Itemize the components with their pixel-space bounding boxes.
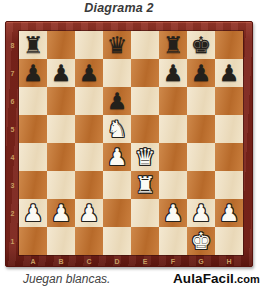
white-pawn-icon: ♟	[107, 143, 128, 171]
square-f8: ♜	[159, 31, 187, 59]
rank-label-5: 5	[6, 115, 19, 143]
square-a5	[19, 115, 47, 143]
square-f3	[159, 171, 187, 199]
white-king-icon: ♚	[191, 227, 212, 255]
square-h6	[215, 87, 243, 115]
square-b2: ♟	[47, 199, 75, 227]
file-labels: ABCDEFGH	[19, 255, 243, 267]
white-pawn-icon: ♟	[191, 199, 212, 227]
square-f7: ♟	[159, 59, 187, 87]
rank-label-2: 2	[6, 199, 19, 227]
board: ♜♛♜♚♟♟♟♟♟♟♟♞♟♛♜♟♟♟♟♟♟♚	[19, 31, 243, 255]
square-d5: ♞	[103, 115, 131, 143]
square-h5	[215, 115, 243, 143]
square-f6	[159, 87, 187, 115]
brand-suffix: .com	[234, 273, 260, 285]
square-g4	[187, 143, 215, 171]
square-h3	[215, 171, 243, 199]
square-f5	[159, 115, 187, 143]
square-c3	[75, 171, 103, 199]
square-f1	[159, 227, 187, 255]
square-h8	[215, 31, 243, 59]
square-e8	[131, 31, 159, 59]
square-e5	[131, 115, 159, 143]
square-d4: ♟	[103, 143, 131, 171]
board-frame: 87654321 ♜♛♜♚♟♟♟♟♟♟♟♞♟♛♜♟♟♟♟♟♟♚ ABCDEFGH	[5, 21, 253, 267]
square-g1: ♚	[187, 227, 215, 255]
square-b4	[47, 143, 75, 171]
square-b5	[47, 115, 75, 143]
black-queen-icon: ♛	[107, 31, 128, 59]
square-c6	[75, 87, 103, 115]
square-d1	[103, 227, 131, 255]
square-b8	[47, 31, 75, 59]
square-g7: ♟	[187, 59, 215, 87]
square-c1	[75, 227, 103, 255]
file-label-g: G	[187, 255, 215, 267]
black-pawn-icon: ♟	[219, 59, 240, 87]
rank-label-1: 1	[6, 227, 19, 255]
black-rook-icon: ♜	[163, 31, 184, 59]
square-a4	[19, 143, 47, 171]
file-label-f: F	[159, 255, 187, 267]
square-f2: ♟	[159, 199, 187, 227]
square-g8: ♚	[187, 31, 215, 59]
square-a2: ♟	[19, 199, 47, 227]
black-pawn-icon: ♟	[163, 59, 184, 87]
square-e2	[131, 199, 159, 227]
rank-label-6: 6	[6, 87, 19, 115]
square-a6	[19, 87, 47, 115]
square-a1	[19, 227, 47, 255]
file-label-b: B	[47, 255, 75, 267]
square-c2: ♟	[75, 199, 103, 227]
move-caption: Juegan blancas.	[23, 272, 110, 286]
rank-label-7: 7	[6, 59, 19, 87]
white-pawn-icon: ♟	[219, 199, 240, 227]
square-e3: ♜	[131, 171, 159, 199]
black-pawn-icon: ♟	[51, 59, 72, 87]
white-pawn-icon: ♟	[79, 199, 100, 227]
square-d6: ♟	[103, 87, 131, 115]
square-b6	[47, 87, 75, 115]
square-g2: ♟	[187, 199, 215, 227]
square-d8: ♛	[103, 31, 131, 59]
black-pawn-icon: ♟	[79, 59, 100, 87]
black-pawn-icon: ♟	[191, 59, 212, 87]
white-pawn-icon: ♟	[23, 199, 44, 227]
brand-logo: AulaFacil.com	[173, 271, 260, 286]
square-c7: ♟	[75, 59, 103, 87]
white-knight-icon: ♞	[107, 115, 128, 143]
square-g5	[187, 115, 215, 143]
rank-labels: 87654321	[6, 31, 19, 255]
square-h4	[215, 143, 243, 171]
square-c5	[75, 115, 103, 143]
square-b7: ♟	[47, 59, 75, 87]
file-label-h: H	[215, 255, 243, 267]
square-e6	[131, 87, 159, 115]
file-label-d: D	[103, 255, 131, 267]
white-pawn-icon: ♟	[163, 199, 184, 227]
square-c4	[75, 143, 103, 171]
file-label-a: A	[19, 255, 47, 267]
square-d2	[103, 199, 131, 227]
square-h1	[215, 227, 243, 255]
black-rook-icon: ♜	[23, 31, 44, 59]
square-h7: ♟	[215, 59, 243, 87]
brand-name: AulaFacil	[173, 271, 234, 286]
rank-label-3: 3	[6, 171, 19, 199]
white-rook-icon: ♜	[135, 171, 156, 199]
square-b1	[47, 227, 75, 255]
chess-diagram-page: Diagrama 2 87654321 ♜♛♜♚♟♟♟♟♟♟♟♞♟♛♜♟♟♟♟♟…	[0, 0, 263, 294]
square-e4: ♛	[131, 143, 159, 171]
square-c8	[75, 31, 103, 59]
footer: Juegan blancas. AulaFacil.com	[5, 271, 260, 291]
square-a8: ♜	[19, 31, 47, 59]
diagram-title: Diagrama 2	[0, 1, 238, 15]
white-queen-icon: ♛	[135, 143, 156, 171]
square-f4	[159, 143, 187, 171]
square-g6	[187, 87, 215, 115]
file-label-c: C	[75, 255, 103, 267]
square-a3	[19, 171, 47, 199]
black-king-icon: ♚	[191, 31, 212, 59]
square-d7	[103, 59, 131, 87]
square-h2: ♟	[215, 199, 243, 227]
white-pawn-icon: ♟	[51, 199, 72, 227]
square-g3	[187, 171, 215, 199]
square-b3	[47, 171, 75, 199]
black-pawn-icon: ♟	[107, 87, 128, 115]
rank-label-4: 4	[6, 143, 19, 171]
square-a7: ♟	[19, 59, 47, 87]
black-pawn-icon: ♟	[23, 59, 44, 87]
square-e7	[131, 59, 159, 87]
square-e1	[131, 227, 159, 255]
rank-label-8: 8	[6, 31, 19, 59]
square-d3	[103, 171, 131, 199]
file-label-e: E	[131, 255, 159, 267]
